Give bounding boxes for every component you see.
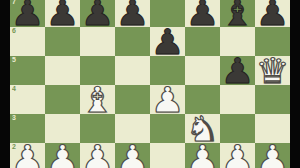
letterbox-left-bar — [0, 0, 10, 168]
square-d7[interactable]: ♟ — [115, 0, 150, 27]
white-pawn[interactable]: ♟ — [150, 82, 184, 117]
black-bishop[interactable]: ♝ — [220, 0, 254, 30]
square-e4[interactable]: ♟ — [150, 85, 185, 114]
black-pawn[interactable]: ♟ — [80, 0, 114, 30]
square-b4[interactable] — [45, 85, 80, 114]
black-pawn[interactable]: ♟ — [220, 53, 254, 88]
square-c6[interactable] — [80, 27, 115, 56]
black-pawn[interactable]: ♟ — [150, 24, 184, 59]
black-pawn[interactable]: ♟ — [115, 0, 149, 30]
white-pawn[interactable]: ♟ — [80, 140, 114, 168]
square-g2[interactable]: ♟ — [220, 143, 255, 168]
square-b6[interactable] — [45, 27, 80, 56]
letterbox-right-bar — [290, 0, 300, 168]
square-f6[interactable] — [185, 27, 220, 56]
black-pawn[interactable]: ♟ — [255, 0, 289, 30]
square-a7[interactable]: 7♟ — [10, 0, 45, 27]
white-pawn[interactable]: ♟ — [220, 140, 254, 168]
square-d6[interactable] — [115, 27, 150, 56]
chess-board[interactable]: 7♟♟♟♟♟♝♟6♟5♟♛4♝♟3♞2♟♟♟♟♟♟♟ — [10, 0, 290, 168]
square-e3[interactable] — [150, 114, 185, 143]
white-pawn[interactable]: ♟ — [115, 140, 149, 168]
square-e2[interactable] — [150, 143, 185, 168]
square-a2[interactable]: 2♟ — [10, 143, 45, 168]
square-h2[interactable]: ♟ — [255, 143, 290, 168]
square-b5[interactable] — [45, 56, 80, 85]
square-a6[interactable]: 6 — [10, 27, 45, 56]
square-d2[interactable]: ♟ — [115, 143, 150, 168]
square-f2[interactable]: ♟ — [185, 143, 220, 168]
square-f7[interactable]: ♟ — [185, 0, 220, 27]
square-g4[interactable] — [220, 85, 255, 114]
black-pawn[interactable]: ♟ — [10, 0, 44, 30]
square-h5[interactable]: ♛ — [255, 56, 290, 85]
rank-coordinate-5: 5 — [12, 56, 16, 64]
black-pawn[interactable]: ♟ — [185, 0, 219, 30]
square-f5[interactable] — [185, 56, 220, 85]
square-g5[interactable]: ♟ — [220, 56, 255, 85]
white-pawn[interactable]: ♟ — [45, 140, 79, 168]
square-e6[interactable]: ♟ — [150, 27, 185, 56]
white-pawn[interactable]: ♟ — [10, 140, 44, 168]
video-frame: 7♟♟♟♟♟♝♟6♟5♟♛4♝♟3♞2♟♟♟♟♟♟♟ — [0, 0, 300, 168]
square-c7[interactable]: ♟ — [80, 0, 115, 27]
square-h4[interactable] — [255, 85, 290, 114]
white-pawn[interactable]: ♟ — [255, 140, 289, 168]
square-a5[interactable]: 5 — [10, 56, 45, 85]
square-b7[interactable]: ♟ — [45, 0, 80, 27]
white-pawn[interactable]: ♟ — [185, 140, 219, 168]
square-g7[interactable]: ♝ — [220, 0, 255, 27]
black-pawn[interactable]: ♟ — [45, 0, 79, 30]
white-bishop[interactable]: ♝ — [80, 82, 114, 117]
white-queen[interactable]: ♛ — [255, 53, 289, 88]
rank-coordinate-3: 3 — [12, 114, 16, 122]
square-c4[interactable]: ♝ — [80, 85, 115, 114]
rank-coordinate-4: 4 — [12, 85, 16, 93]
square-b2[interactable]: ♟ — [45, 143, 80, 168]
square-h7[interactable]: ♟ — [255, 0, 290, 27]
square-d4[interactable] — [115, 85, 150, 114]
rank-coordinate-6: 6 — [12, 27, 16, 35]
square-a4[interactable]: 4 — [10, 85, 45, 114]
square-d5[interactable] — [115, 56, 150, 85]
square-c2[interactable]: ♟ — [80, 143, 115, 168]
